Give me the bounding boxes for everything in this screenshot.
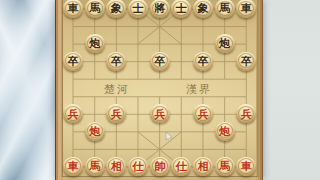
piece-character: 炮 [215, 122, 235, 141]
piece-character: 兵 [106, 104, 126, 123]
piece-character: 兵 [150, 104, 170, 123]
piece-black-cannon[interactable]: 炮 [85, 34, 105, 53]
piece-black-soldier[interactable]: 卒 [150, 52, 170, 71]
piece-character: 炮 [215, 34, 235, 53]
piece-character: 車 [236, 157, 256, 176]
piece-black-horse[interactable]: 馬 [85, 0, 105, 18]
piece-red-cannon[interactable]: 炮 [85, 122, 105, 141]
piece-character: 馬 [215, 0, 235, 18]
piece-character: 卒 [236, 52, 256, 71]
piece-black-soldier[interactable]: 卒 [63, 52, 83, 71]
piece-character: 仕 [171, 157, 191, 176]
piece-character: 車 [236, 0, 256, 18]
piece-red-soldier[interactable]: 兵 [193, 104, 213, 123]
piece-character: 相 [106, 157, 126, 176]
piece-character: 車 [63, 157, 83, 176]
piece-character: 卒 [193, 52, 213, 71]
piece-character: 炮 [85, 122, 105, 141]
piece-character: 帥 [150, 157, 170, 176]
piece-character: 馬 [85, 157, 105, 176]
piece-character: 炮 [85, 34, 105, 53]
piece-character: 馬 [85, 0, 105, 18]
piece-black-soldier[interactable]: 卒 [236, 52, 256, 71]
piece-black-elephant[interactable]: 象 [106, 0, 126, 18]
piece-character: 卒 [63, 52, 83, 71]
piece-character: 象 [106, 0, 126, 18]
piece-red-advisor[interactable]: 仕 [128, 157, 148, 176]
piece-character: 象 [193, 0, 213, 18]
piece-character: 卒 [106, 52, 126, 71]
background-mountain [0, 0, 58, 180]
piece-red-elephant[interactable]: 相 [193, 157, 213, 176]
piece-character: 馬 [215, 157, 235, 176]
piece-character: 車 [63, 0, 83, 18]
piece-character: 兵 [63, 104, 83, 123]
piece-black-horse[interactable]: 馬 [215, 0, 235, 18]
piece-red-advisor[interactable]: 仕 [171, 157, 191, 176]
piece-red-soldier[interactable]: 兵 [106, 104, 126, 123]
piece-character: 將 [150, 0, 170, 18]
piece-character: 仕 [128, 157, 148, 176]
piece-character: 兵 [193, 104, 213, 123]
piece-black-soldier[interactable]: 卒 [106, 52, 126, 71]
piece-red-soldier[interactable]: 兵 [150, 104, 170, 123]
background-sky [260, 0, 320, 180]
piece-character: 士 [128, 0, 148, 18]
piece-black-advisor[interactable]: 士 [171, 0, 191, 18]
piece-character: 卒 [150, 52, 170, 71]
piece-black-cannon[interactable]: 炮 [215, 34, 235, 53]
piece-character: 士 [171, 0, 191, 18]
piece-black-elephant[interactable]: 象 [193, 0, 213, 18]
piece-character: 兵 [236, 104, 256, 123]
piece-red-chariot[interactable]: 車 [63, 157, 83, 176]
piece-red-horse[interactable]: 馬 [85, 157, 105, 176]
game-screen: 楚河 漢界 車馬象士將士象馬車炮炮卒卒卒卒卒兵兵兵兵兵炮炮車馬相仕帥仕相馬車 [0, 0, 320, 180]
piece-black-advisor[interactable]: 士 [128, 0, 148, 18]
piece-black-chariot[interactable]: 車 [63, 0, 83, 18]
piece-red-soldier[interactable]: 兵 [63, 104, 83, 123]
piece-black-chariot[interactable]: 車 [236, 0, 256, 18]
piece-red-soldier[interactable]: 兵 [236, 104, 256, 123]
piece-character: 相 [193, 157, 213, 176]
piece-grid: 車馬象士將士象馬車炮炮卒卒卒卒卒兵兵兵兵兵炮炮車馬相仕帥仕相馬車 [62, 0, 257, 175]
piece-red-general[interactable]: 帥 [150, 157, 170, 176]
piece-red-horse[interactable]: 馬 [215, 157, 235, 176]
piece-red-elephant[interactable]: 相 [106, 157, 126, 176]
piece-black-general[interactable]: 將 [150, 0, 170, 18]
piece-red-cannon[interactable]: 炮 [215, 122, 235, 141]
piece-red-chariot[interactable]: 車 [236, 157, 256, 176]
piece-black-soldier[interactable]: 卒 [193, 52, 213, 71]
